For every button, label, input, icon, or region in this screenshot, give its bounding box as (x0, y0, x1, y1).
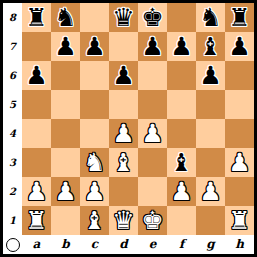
black-pawn[interactable]: ♟ (228, 34, 250, 59)
square-d7[interactable] (109, 32, 138, 61)
white-king[interactable]: ♚ (141, 208, 163, 233)
square-a4[interactable] (22, 119, 51, 148)
white-pawn[interactable]: ♟ (141, 121, 163, 146)
square-f3[interactable]: ♝ (167, 148, 196, 177)
black-queen[interactable]: ♛ (112, 5, 134, 30)
black-rook[interactable]: ♜ (228, 5, 250, 30)
square-h2[interactable] (225, 177, 254, 206)
black-pawn[interactable]: ♟ (112, 63, 134, 88)
square-b3[interactable] (51, 148, 80, 177)
square-b4[interactable] (51, 119, 80, 148)
white-bishop[interactable]: ♝ (83, 208, 105, 233)
square-e2[interactable] (138, 177, 167, 206)
square-a2[interactable]: ♟ (22, 177, 51, 206)
square-a5[interactable] (22, 90, 51, 119)
file-label-e: e (138, 235, 167, 254)
square-c8[interactable] (80, 3, 109, 32)
square-e7[interactable]: ♟ (138, 32, 167, 61)
square-g8[interactable]: ♞ (196, 3, 225, 32)
square-h7[interactable]: ♟ (225, 32, 254, 61)
black-pawn[interactable]: ♟ (199, 63, 221, 88)
black-pawn[interactable]: ♟ (25, 63, 47, 88)
square-a3[interactable] (22, 148, 51, 177)
square-g1[interactable] (196, 206, 225, 235)
square-a1[interactable]: ♜ (22, 206, 51, 235)
square-g3[interactable] (196, 148, 225, 177)
white-pawn[interactable]: ♟ (228, 150, 250, 175)
square-c5[interactable] (80, 90, 109, 119)
square-e6[interactable] (138, 61, 167, 90)
black-pawn[interactable]: ♟ (141, 34, 163, 59)
square-d8[interactable]: ♛ (109, 3, 138, 32)
rank-label-8: 8 (3, 3, 22, 32)
rank-label-2: 2 (3, 177, 22, 206)
square-c6[interactable] (80, 61, 109, 90)
black-knight[interactable]: ♞ (54, 5, 76, 30)
rank-label-3: 3 (3, 148, 22, 177)
square-b7[interactable]: ♟ (51, 32, 80, 61)
square-e8[interactable]: ♚ (138, 3, 167, 32)
square-h3[interactable]: ♟ (225, 148, 254, 177)
square-g7[interactable]: ♝ (196, 32, 225, 61)
square-h6[interactable] (225, 61, 254, 90)
square-g4[interactable] (196, 119, 225, 148)
square-f7[interactable]: ♟ (167, 32, 196, 61)
white-bishop[interactable]: ♝ (112, 150, 134, 175)
square-c4[interactable] (80, 119, 109, 148)
black-bishop[interactable]: ♝ (199, 34, 221, 59)
square-h8[interactable]: ♜ (225, 3, 254, 32)
square-h5[interactable] (225, 90, 254, 119)
square-c2[interactable]: ♟ (80, 177, 109, 206)
square-e1[interactable]: ♚ (138, 206, 167, 235)
square-e4[interactable]: ♟ (138, 119, 167, 148)
file-label-h: h (225, 235, 254, 254)
black-pawn[interactable]: ♟ (170, 34, 192, 59)
rank-label-5: 5 (3, 90, 22, 119)
square-b8[interactable]: ♞ (51, 3, 80, 32)
square-f5[interactable] (167, 90, 196, 119)
white-pawn[interactable]: ♟ (199, 179, 221, 204)
square-c1[interactable]: ♝ (80, 206, 109, 235)
rank-label-6: 6 (3, 61, 22, 90)
white-pawn[interactable]: ♟ (170, 179, 192, 204)
square-d2[interactable] (109, 177, 138, 206)
square-c3[interactable]: ♞ (80, 148, 109, 177)
square-b2[interactable]: ♟ (51, 177, 80, 206)
square-e5[interactable] (138, 90, 167, 119)
white-to-move-circle-icon (6, 238, 20, 252)
square-f4[interactable] (167, 119, 196, 148)
file-label-b: b (51, 235, 80, 254)
square-b1[interactable] (51, 206, 80, 235)
black-rook[interactable]: ♜ (25, 5, 47, 30)
file-label-a: a (22, 235, 51, 254)
square-b5[interactable] (51, 90, 80, 119)
file-label-g: g (196, 235, 225, 254)
white-pawn[interactable]: ♟ (25, 179, 47, 204)
square-d4[interactable]: ♟ (109, 119, 138, 148)
file-label-d: d (109, 235, 138, 254)
square-g2[interactable]: ♟ (196, 177, 225, 206)
square-f1[interactable] (167, 206, 196, 235)
square-a6[interactable]: ♟ (22, 61, 51, 90)
rank-label-7: 7 (3, 32, 22, 61)
chess-board: 8♜♞♛♚♞♜7♟♟♟♟♝♟6♟♟♟54♟♟3♞♝♝♟2♟♟♟♟♟1♜♝♛♚♜a… (0, 0, 257, 257)
square-f8[interactable] (167, 3, 196, 32)
black-pawn[interactable]: ♟ (83, 34, 105, 59)
square-g5[interactable] (196, 90, 225, 119)
square-f6[interactable] (167, 61, 196, 90)
square-a7[interactable] (22, 32, 51, 61)
square-g6[interactable]: ♟ (196, 61, 225, 90)
square-d1[interactable]: ♛ (109, 206, 138, 235)
white-rook[interactable]: ♜ (228, 208, 250, 233)
file-label-c: c (80, 235, 109, 254)
square-f2[interactable]: ♟ (167, 177, 196, 206)
square-d3[interactable]: ♝ (109, 148, 138, 177)
square-c7[interactable]: ♟ (80, 32, 109, 61)
black-king[interactable]: ♚ (141, 5, 163, 30)
white-pawn[interactable]: ♟ (54, 179, 76, 204)
black-bishop[interactable]: ♝ (170, 150, 192, 175)
black-pawn[interactable]: ♟ (54, 34, 76, 59)
white-rook[interactable]: ♜ (25, 208, 47, 233)
square-d6[interactable]: ♟ (109, 61, 138, 90)
square-h1[interactable]: ♜ (225, 206, 254, 235)
rank-label-1: 1 (3, 206, 22, 235)
black-knight[interactable]: ♞ (199, 5, 221, 30)
white-pawn[interactable]: ♟ (83, 179, 105, 204)
square-h4[interactable] (225, 119, 254, 148)
turn-indicator-corner (3, 235, 22, 254)
file-label-f: f (167, 235, 196, 254)
rank-label-4: 4 (3, 119, 22, 148)
square-b6[interactable] (51, 61, 80, 90)
square-a8[interactable]: ♜ (22, 3, 51, 32)
square-e3[interactable] (138, 148, 167, 177)
square-d5[interactable] (109, 90, 138, 119)
white-knight[interactable]: ♞ (83, 150, 105, 175)
white-pawn[interactable]: ♟ (112, 121, 134, 146)
white-queen[interactable]: ♛ (112, 208, 134, 233)
